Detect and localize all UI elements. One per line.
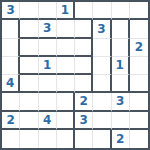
cell-r5c3[interactable] [39,75,57,93]
cell-r3c2[interactable] [20,39,38,57]
cell-r1c8[interactable] [130,2,148,20]
cell-r1c2[interactable] [20,2,38,20]
cell-r5c1: 4 [2,75,20,93]
cell-r5c6[interactable] [93,75,111,93]
cell-r3c7[interactable] [112,39,130,57]
cell-r2c8[interactable] [130,20,148,38]
cell-r6c4[interactable] [57,93,75,111]
cell-r6c1[interactable] [2,93,20,111]
given-digit: 3 [6,4,14,16]
cell-r6c5: 2 [75,93,93,111]
cell-r2c3: 3 [39,20,57,38]
cell-r8c2[interactable] [20,130,38,148]
cell-r1c6[interactable] [93,2,111,20]
given-digit: 4 [6,77,14,89]
cell-r6c7: 3 [112,93,130,111]
cell-r3c1[interactable] [2,39,20,57]
cell-r1c4: 1 [57,2,75,20]
cell-r7c3: 4 [39,112,57,130]
cell-r3c8: 2 [130,39,148,57]
cell-r4c4[interactable] [57,57,75,75]
cell-r8c7: 2 [112,130,130,148]
cell-r6c8[interactable] [130,93,148,111]
suguru-board: 31332114232432 [0,0,150,150]
cell-r2c4[interactable] [57,20,75,38]
cell-r1c3[interactable] [39,2,57,20]
cell-r7c5: 3 [75,112,93,130]
cell-r8c5[interactable] [75,130,93,148]
cell-r4c3: 1 [39,57,57,75]
cell-r4c7: 1 [112,57,130,75]
cell-r3c4[interactable] [57,39,75,57]
cell-r7c4[interactable] [57,112,75,130]
cell-r8c1[interactable] [2,130,20,148]
given-digit: 3 [79,114,87,126]
given-digit: 1 [61,4,69,16]
cell-r4c5[interactable] [75,57,93,75]
cell-r7c2[interactable] [20,112,38,130]
given-digit: 2 [6,114,14,126]
cell-r2c6: 3 [93,20,111,38]
cell-r3c5[interactable] [75,39,93,57]
given-digit: 3 [43,22,51,34]
given-digit: 4 [43,114,51,126]
cell-r4c1[interactable] [2,57,20,75]
cell-r5c5[interactable] [75,75,93,93]
given-digit: 2 [79,95,87,107]
given-digit: 3 [116,95,124,107]
given-digit: 1 [43,59,51,71]
cell-r3c3[interactable] [39,39,57,57]
cell-r2c5[interactable] [75,20,93,38]
given-digit: 2 [135,41,143,53]
cell-r2c2[interactable] [20,20,38,38]
cell-r8c3[interactable] [39,130,57,148]
cell-r7c8[interactable] [130,112,148,130]
cell-r6c2[interactable] [20,93,38,111]
cell-r2c1[interactable] [2,20,20,38]
cell-r8c6[interactable] [93,130,111,148]
cell-r4c2[interactable] [20,57,38,75]
cell-r1c5[interactable] [75,2,93,20]
given-digit: 1 [115,59,123,71]
cell-r3c6[interactable] [93,39,111,57]
cell-r5c2[interactable] [20,75,38,93]
cell-r8c8[interactable] [130,130,148,148]
cell-r7c7[interactable] [112,112,130,130]
cell-r6c6[interactable] [93,93,111,111]
cell-r6c3[interactable] [39,93,57,111]
cell-r4c6[interactable] [93,57,111,75]
cell-r8c4[interactable] [57,130,75,148]
cell-r1c1: 3 [2,2,20,20]
cell-r5c7[interactable] [112,75,130,93]
cell-r5c4[interactable] [57,75,75,93]
cell-r2c7[interactable] [112,20,130,38]
cell-r1c7[interactable] [112,2,130,20]
cell-r7c6[interactable] [93,112,111,130]
given-digit: 2 [116,133,124,145]
cell-r7c1: 2 [2,112,20,130]
cell-r5c8[interactable] [130,75,148,93]
cell-r4c8[interactable] [130,57,148,75]
given-digit: 3 [97,23,105,35]
